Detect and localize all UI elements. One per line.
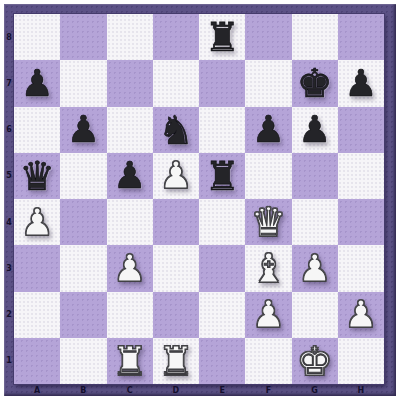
piece-white-pawn[interactable]: ♟ [344, 296, 377, 333]
square-e7[interactable] [199, 60, 245, 106]
square-d3[interactable] [153, 245, 199, 291]
square-g6[interactable]: ♟ [292, 107, 338, 153]
square-a5[interactable]: ♛ [14, 153, 60, 199]
square-b8[interactable] [60, 14, 106, 60]
square-h7[interactable]: ♟ [338, 60, 384, 106]
square-a3[interactable] [14, 245, 60, 291]
square-e2[interactable] [199, 292, 245, 338]
file-label-d: D [153, 384, 199, 396]
square-a6[interactable] [14, 107, 60, 153]
square-g3[interactable]: ♟ [292, 245, 338, 291]
square-b3[interactable] [60, 245, 106, 291]
piece-black-pawn[interactable]: ♟ [252, 111, 285, 148]
piece-white-rook[interactable]: ♜ [112, 341, 148, 381]
square-g5[interactable] [292, 153, 338, 199]
square-b6[interactable]: ♟ [60, 107, 106, 153]
square-e5[interactable]: ♜ [199, 153, 245, 199]
square-h1[interactable] [338, 338, 384, 384]
file-label-b: B [60, 384, 106, 396]
square-d2[interactable] [153, 292, 199, 338]
rank-label-3: 3 [4, 245, 14, 291]
square-f1[interactable] [245, 338, 291, 384]
square-f6[interactable]: ♟ [245, 107, 291, 153]
square-g2[interactable] [292, 292, 338, 338]
square-c7[interactable] [107, 60, 153, 106]
square-c4[interactable] [107, 199, 153, 245]
square-h4[interactable] [338, 199, 384, 245]
chess-board: ♜♟♚♟♟♞♟♟♛♟♟♜♟♛♟♝♟♟♟♜♜♚ [14, 14, 384, 384]
piece-black-knight[interactable]: ♞ [158, 110, 194, 150]
piece-white-rook[interactable]: ♜ [158, 341, 194, 381]
piece-white-pawn[interactable]: ♟ [113, 250, 146, 287]
square-c3[interactable]: ♟ [107, 245, 153, 291]
square-c1[interactable]: ♜ [107, 338, 153, 384]
file-labels: ABCDEFGH [14, 384, 384, 396]
square-g8[interactable] [292, 14, 338, 60]
square-e4[interactable] [199, 199, 245, 245]
rank-label-5: 5 [4, 153, 14, 199]
rank-label-2: 2 [4, 292, 14, 338]
square-d6[interactable]: ♞ [153, 107, 199, 153]
piece-black-rook[interactable]: ♜ [204, 17, 240, 57]
piece-white-queen[interactable]: ♛ [250, 202, 286, 242]
file-label-f: F [245, 384, 291, 396]
piece-black-pawn[interactable]: ♟ [344, 65, 377, 102]
square-d1[interactable]: ♜ [153, 338, 199, 384]
square-a7[interactable]: ♟ [14, 60, 60, 106]
square-c6[interactable] [107, 107, 153, 153]
piece-white-pawn[interactable]: ♟ [21, 204, 54, 241]
piece-black-pawn[interactable]: ♟ [298, 111, 331, 148]
piece-black-pawn[interactable]: ♟ [21, 65, 54, 102]
rank-label-4: 4 [4, 199, 14, 245]
square-h2[interactable]: ♟ [338, 292, 384, 338]
square-a8[interactable] [14, 14, 60, 60]
square-c8[interactable] [107, 14, 153, 60]
piece-white-pawn[interactable]: ♟ [252, 296, 285, 333]
piece-black-rook[interactable]: ♜ [204, 156, 240, 196]
square-f8[interactable] [245, 14, 291, 60]
rank-label-6: 6 [4, 107, 14, 153]
square-f5[interactable] [245, 153, 291, 199]
square-e8[interactable]: ♜ [199, 14, 245, 60]
square-e3[interactable] [199, 245, 245, 291]
square-b1[interactable] [60, 338, 106, 384]
piece-black-pawn[interactable]: ♟ [113, 157, 146, 194]
square-f4[interactable]: ♛ [245, 199, 291, 245]
piece-black-king[interactable]: ♚ [297, 63, 333, 103]
square-e6[interactable] [199, 107, 245, 153]
piece-white-king[interactable]: ♚ [297, 341, 333, 381]
square-g4[interactable] [292, 199, 338, 245]
square-d5[interactable]: ♟ [153, 153, 199, 199]
square-a2[interactable] [14, 292, 60, 338]
square-g1[interactable]: ♚ [292, 338, 338, 384]
piece-black-pawn[interactable]: ♟ [67, 111, 100, 148]
square-d4[interactable] [153, 199, 199, 245]
square-e1[interactable] [199, 338, 245, 384]
square-h5[interactable] [338, 153, 384, 199]
square-c5[interactable]: ♟ [107, 153, 153, 199]
square-d7[interactable] [153, 60, 199, 106]
piece-black-queen[interactable]: ♛ [19, 156, 55, 196]
square-f7[interactable] [245, 60, 291, 106]
square-c2[interactable] [107, 292, 153, 338]
square-a4[interactable]: ♟ [14, 199, 60, 245]
square-h6[interactable] [338, 107, 384, 153]
square-b5[interactable] [60, 153, 106, 199]
file-label-c: C [107, 384, 153, 396]
square-b7[interactable] [60, 60, 106, 106]
square-f3[interactable]: ♝ [245, 245, 291, 291]
file-label-a: A [14, 384, 60, 396]
piece-white-bishop[interactable]: ♝ [250, 248, 286, 288]
square-d8[interactable] [153, 14, 199, 60]
piece-white-pawn[interactable]: ♟ [298, 250, 331, 287]
piece-white-pawn[interactable]: ♟ [159, 157, 192, 194]
file-label-h: H [338, 384, 384, 396]
rank-label-8: 8 [4, 14, 14, 60]
rank-label-7: 7 [4, 60, 14, 106]
square-b2[interactable] [60, 292, 106, 338]
square-h3[interactable] [338, 245, 384, 291]
square-g7[interactable]: ♚ [292, 60, 338, 106]
file-label-g: G [292, 384, 338, 396]
square-f2[interactable]: ♟ [245, 292, 291, 338]
square-b4[interactable] [60, 199, 106, 245]
board-border: ♜♟♚♟♟♞♟♟♛♟♟♜♟♛♟♝♟♟♟♜♜♚ 87654321 ABCDEFGH [4, 4, 396, 396]
square-a1[interactable] [14, 338, 60, 384]
rank-labels: 87654321 [4, 14, 14, 384]
board-frame: ♜♟♚♟♟♞♟♟♛♟♟♜♟♛♟♝♟♟♟♜♜♚ 87654321 ABCDEFGH [0, 0, 400, 399]
file-label-e: E [199, 384, 245, 396]
rank-label-1: 1 [4, 338, 14, 384]
square-h8[interactable] [338, 14, 384, 60]
